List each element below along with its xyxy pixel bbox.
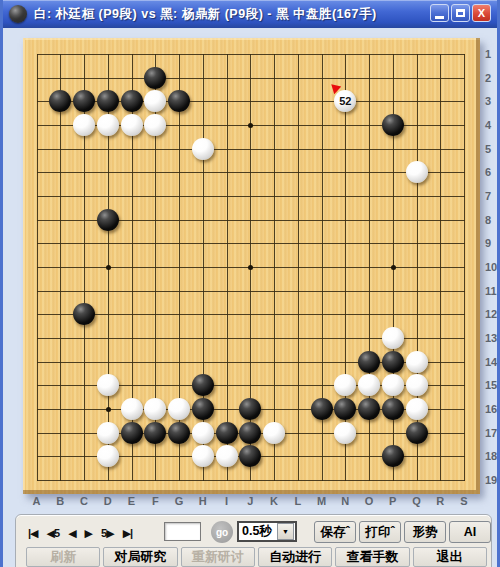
black-stone [382,114,404,136]
black-stone [73,303,95,325]
column-label: M [317,495,326,507]
white-stone [406,398,428,420]
refresh-button[interactable]: 刷新 [26,547,100,567]
nav-back-button[interactable]: ◀ [68,527,75,540]
white-stone [121,114,143,136]
row-label: 4 [485,119,491,131]
white-stone [97,445,119,467]
star-point [106,407,111,412]
white-stone [121,398,143,420]
move-number-label: 52 [339,96,351,107]
black-stone [382,351,404,373]
situation-button[interactable]: 形势 [404,521,446,543]
white-stone [144,398,166,420]
column-label: J [247,495,253,507]
black-stone [168,422,190,444]
delay-select-value: 0.5秒 [239,523,277,540]
white-stone [406,351,428,373]
view-move-count-button[interactable]: 查看手数 [335,547,409,567]
white-stone [192,445,214,467]
title-bar: 白: 朴廷桓 (P9段) vs 黑: 杨鼎新 (P9段) - 黑 中盘胜(167… [0,0,500,28]
row-label: 8 [485,214,491,226]
auto-run-button[interactable]: 自动进行 [258,547,332,567]
white-stone [97,114,119,136]
column-label: C [80,495,88,507]
grid-line [440,54,441,481]
exit-button[interactable]: 退出 [413,547,487,567]
column-label: S [460,495,467,507]
row-label: 3 [485,95,491,107]
row-label: 16 [485,403,497,415]
maximize-button[interactable] [451,4,470,22]
grid-line [37,291,466,292]
go-board[interactable]: 52 [23,38,480,494]
minimize-icon [435,16,444,19]
white-stone [192,138,214,160]
black-stone [73,90,95,112]
white-stone [382,374,404,396]
grid-line [274,54,275,481]
column-label: I [225,495,228,507]
black-stone [121,422,143,444]
white-stone [144,114,166,136]
nav-last-button[interactable]: ▶| [123,527,133,540]
top-button-row: 保存ˆ打印ˆ形势AI [314,521,491,543]
white-stone [406,161,428,183]
white-stone [263,422,285,444]
row-label: 7 [485,190,491,202]
black-stone [239,422,261,444]
black-stone [216,422,238,444]
game-research-button[interactable]: 对局研究 [103,547,177,567]
white-stone [144,90,166,112]
star-point [248,123,253,128]
nav-first-button[interactable]: |◀ [28,527,38,540]
close-button[interactable]: X [472,4,491,22]
black-stone [382,398,404,420]
row-label: 18 [485,450,497,462]
column-label: P [389,495,396,507]
black-stone [97,209,119,231]
white-stone [168,398,190,420]
row-labels: 12345678910111213141516171819 [482,38,500,494]
row-label: 11 [485,285,497,297]
black-stone [358,351,380,373]
black-stone [334,398,356,420]
column-label: R [436,495,444,507]
control-panel: |◀◀5◀▶5▶▶| go 0.5秒 ▼ 保存ˆ打印ˆ形势AI 刷新对局研究重新… [15,514,492,567]
black-stone [49,90,71,112]
white-stone [97,374,119,396]
close-icon: X [478,7,485,19]
nav-buttons: |◀◀5◀▶5▶▶| [28,522,132,544]
black-stone [311,398,333,420]
row-label: 15 [485,379,497,391]
rediscuss-button[interactable]: 重新研讨 [181,547,255,567]
column-label: D [104,495,112,507]
white-stone [334,374,356,396]
row-label: 17 [485,427,497,439]
row-label: 5 [485,143,491,155]
nav-forward5-button[interactable]: 5▶ [101,527,114,540]
window-title: 白: 朴廷桓 (P9段) vs 黑: 杨鼎新 (P9段) - 黑 中盘胜(167… [34,6,377,23]
row-label: 10 [485,261,497,273]
minimize-button[interactable] [430,4,449,22]
nav-back5-button[interactable]: ◀5 [47,527,60,540]
column-label: O [365,495,374,507]
column-label: H [199,495,207,507]
grid-line [298,54,299,481]
print-button[interactable]: 打印ˆ [359,521,401,543]
bottom-button-row: 刷新对局研究重新研讨自动进行查看手数退出 [26,547,487,567]
black-stone [144,67,166,89]
column-label: E [128,495,135,507]
row-label: 19 [485,474,497,486]
column-label: F [152,495,159,507]
row-label: 14 [485,356,497,368]
column-label: A [33,495,41,507]
move-number-input[interactable] [164,522,201,541]
black-stone [144,422,166,444]
white-stone [216,445,238,467]
column-label: K [270,495,278,507]
ai-button[interactable]: AI [449,521,491,543]
white-stone [358,374,380,396]
grid-line [37,480,466,481]
white-stone [406,374,428,396]
save-button[interactable]: 保存ˆ [314,521,356,543]
nav-forward-button[interactable]: ▶ [85,527,92,540]
column-label: Q [412,495,421,507]
row-label: 12 [485,308,497,320]
black-stone [239,445,261,467]
star-point [391,265,396,270]
column-label: N [341,495,349,507]
delay-select[interactable]: 0.5秒 ▼ [237,521,297,542]
star-point [106,265,111,270]
go-stone-logo-icon [9,5,27,23]
black-stone [121,90,143,112]
column-label: G [175,495,184,507]
white-stone [97,422,119,444]
column-label: B [56,495,64,507]
black-stone [406,422,428,444]
black-stone [97,90,119,112]
white-stone [334,422,356,444]
row-label: 6 [485,166,491,178]
white-stone [382,327,404,349]
row-label: 2 [485,72,491,84]
go-button[interactable]: go [211,521,233,543]
black-stone [239,398,261,420]
star-point [248,265,253,270]
row-label: 13 [485,332,497,344]
white-stone [192,422,214,444]
column-label: L [294,495,301,507]
white-stone [73,114,95,136]
last-move-stone: 52 [334,90,356,112]
black-stone [192,398,214,420]
black-stone [358,398,380,420]
black-stone [382,445,404,467]
grid-line [464,54,465,481]
dropdown-arrow-icon[interactable]: ▼ [277,523,294,540]
last-move-marker-icon [331,84,341,94]
row-label: 1 [485,48,491,60]
maximize-icon [456,9,465,17]
column-labels: ABCDEFGHIJKLMNOPQRS [23,495,480,510]
black-stone [168,90,190,112]
row-label: 9 [485,237,491,249]
app-window: 白: 朴廷桓 (P9段) vs 黑: 杨鼎新 (P9段) - 黑 中盘胜(167… [0,0,500,567]
black-stone [192,374,214,396]
grid-line [37,314,466,315]
